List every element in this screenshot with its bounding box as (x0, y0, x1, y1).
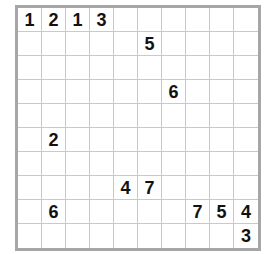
empty-cell[interactable] (138, 128, 162, 152)
empty-cell[interactable] (210, 8, 234, 32)
given-cell[interactable]: 5 (138, 32, 162, 56)
empty-cell[interactable] (210, 56, 234, 80)
empty-cell[interactable] (114, 80, 138, 104)
given-cell[interactable]: 2 (42, 8, 66, 32)
empty-cell[interactable] (138, 80, 162, 104)
empty-cell[interactable] (90, 224, 114, 248)
empty-cell[interactable] (186, 224, 210, 248)
given-cell[interactable]: 7 (138, 176, 162, 200)
empty-cell[interactable] (186, 80, 210, 104)
empty-cell[interactable] (42, 56, 66, 80)
given-cell[interactable]: 1 (18, 8, 42, 32)
empty-cell[interactable] (138, 200, 162, 224)
empty-cell[interactable] (42, 104, 66, 128)
empty-cell[interactable] (210, 104, 234, 128)
empty-cell[interactable] (18, 152, 42, 176)
empty-cell[interactable] (18, 176, 42, 200)
empty-cell[interactable] (90, 176, 114, 200)
empty-cell[interactable] (18, 56, 42, 80)
empty-cell[interactable] (162, 224, 186, 248)
empty-cell[interactable] (210, 128, 234, 152)
empty-cell[interactable] (186, 128, 210, 152)
empty-cell[interactable] (66, 176, 90, 200)
given-cell[interactable]: 6 (162, 80, 186, 104)
empty-cell[interactable] (210, 224, 234, 248)
empty-cell[interactable] (138, 152, 162, 176)
empty-cell[interactable] (18, 224, 42, 248)
empty-cell[interactable] (210, 152, 234, 176)
empty-cell[interactable] (66, 152, 90, 176)
empty-cell[interactable] (114, 152, 138, 176)
empty-cell[interactable] (186, 56, 210, 80)
empty-cell[interactable] (234, 56, 258, 80)
given-cell[interactable]: 3 (90, 8, 114, 32)
empty-cell[interactable] (138, 56, 162, 80)
empty-cell[interactable] (234, 176, 258, 200)
given-cell[interactable]: 4 (234, 200, 258, 224)
empty-cell[interactable] (234, 152, 258, 176)
empty-cell[interactable] (234, 80, 258, 104)
empty-cell[interactable] (186, 152, 210, 176)
empty-cell[interactable] (162, 128, 186, 152)
empty-cell[interactable] (114, 32, 138, 56)
empty-cell[interactable] (114, 104, 138, 128)
empty-cell[interactable] (42, 176, 66, 200)
empty-cell[interactable] (210, 80, 234, 104)
given-cell[interactable]: 3 (234, 224, 258, 248)
empty-cell[interactable] (162, 176, 186, 200)
empty-cell[interactable] (186, 32, 210, 56)
puzzle-page: 12135624767543 (0, 0, 268, 254)
empty-cell[interactable] (210, 32, 234, 56)
empty-cell[interactable] (66, 56, 90, 80)
empty-cell[interactable] (18, 128, 42, 152)
empty-cell[interactable] (234, 8, 258, 32)
given-cell[interactable]: 2 (42, 128, 66, 152)
empty-cell[interactable] (210, 176, 234, 200)
empty-cell[interactable] (42, 152, 66, 176)
empty-cell[interactable] (18, 32, 42, 56)
empty-cell[interactable] (234, 104, 258, 128)
empty-cell[interactable] (90, 152, 114, 176)
empty-cell[interactable] (162, 104, 186, 128)
empty-cell[interactable] (18, 80, 42, 104)
empty-cell[interactable] (162, 32, 186, 56)
given-cell[interactable]: 4 (114, 176, 138, 200)
empty-cell[interactable] (138, 8, 162, 32)
empty-cell[interactable] (114, 56, 138, 80)
empty-cell[interactable] (162, 56, 186, 80)
given-cell[interactable]: 7 (186, 200, 210, 224)
empty-cell[interactable] (42, 80, 66, 104)
empty-cell[interactable] (90, 80, 114, 104)
given-cell[interactable]: 5 (210, 200, 234, 224)
empty-cell[interactable] (114, 128, 138, 152)
empty-cell[interactable] (66, 104, 90, 128)
empty-cell[interactable] (138, 224, 162, 248)
empty-cell[interactable] (66, 80, 90, 104)
empty-cell[interactable] (234, 32, 258, 56)
empty-cell[interactable] (162, 8, 186, 32)
empty-cell[interactable] (42, 224, 66, 248)
empty-cell[interactable] (114, 200, 138, 224)
empty-cell[interactable] (114, 224, 138, 248)
given-cell[interactable]: 6 (42, 200, 66, 224)
empty-cell[interactable] (162, 200, 186, 224)
empty-cell[interactable] (18, 104, 42, 128)
empty-cell[interactable] (66, 128, 90, 152)
empty-cell[interactable] (42, 32, 66, 56)
empty-cell[interactable] (114, 8, 138, 32)
empty-cell[interactable] (186, 176, 210, 200)
empty-cell[interactable] (66, 200, 90, 224)
empty-cell[interactable] (90, 32, 114, 56)
empty-cell[interactable] (90, 104, 114, 128)
empty-cell[interactable] (18, 200, 42, 224)
empty-cell[interactable] (66, 224, 90, 248)
empty-cell[interactable] (66, 32, 90, 56)
empty-cell[interactable] (90, 200, 114, 224)
given-cell[interactable]: 1 (66, 8, 90, 32)
empty-cell[interactable] (90, 56, 114, 80)
empty-cell[interactable] (186, 104, 210, 128)
empty-cell[interactable] (90, 128, 114, 152)
puzzle-board: 12135624767543 (15, 5, 261, 251)
empty-cell[interactable] (234, 128, 258, 152)
empty-cell[interactable] (186, 8, 210, 32)
empty-cell[interactable] (138, 104, 162, 128)
empty-cell[interactable] (162, 152, 186, 176)
